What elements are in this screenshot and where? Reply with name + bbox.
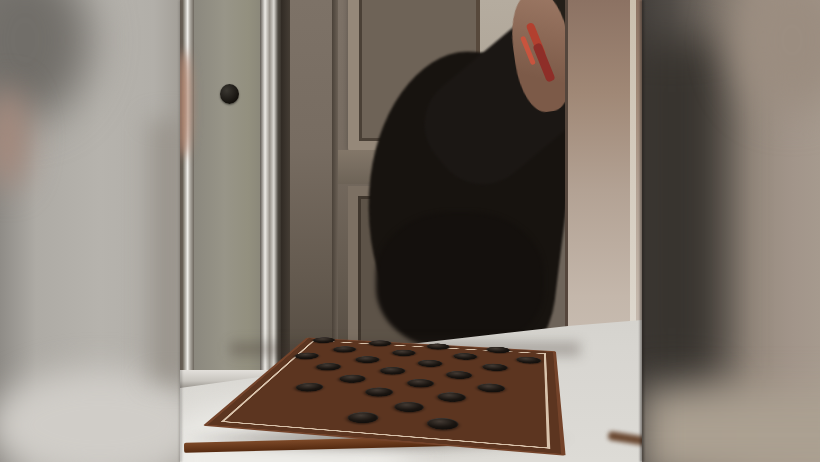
sharp-photo-area: [180, 0, 642, 462]
photo-right-seam: [640, 0, 644, 462]
photo-canvas: [0, 0, 820, 462]
mirror-frame-strip-inner: [260, 0, 281, 388]
wardrobe-knob: [220, 84, 239, 104]
blurred-left-margin: [0, 0, 181, 462]
wardrobe-panel: [194, 0, 262, 386]
blur-wall-blob: [732, 0, 820, 110]
person-elbow: [376, 212, 544, 350]
blur-band: [150, 120, 181, 380]
door-stile-groove: [332, 0, 338, 370]
photo-left-seam: [179, 0, 182, 462]
blur-table-blob: [0, 370, 181, 462]
blur-sweater-blob: [642, 40, 722, 380]
blur-table-blob: [642, 390, 820, 462]
blurred-right-margin: [642, 0, 820, 462]
